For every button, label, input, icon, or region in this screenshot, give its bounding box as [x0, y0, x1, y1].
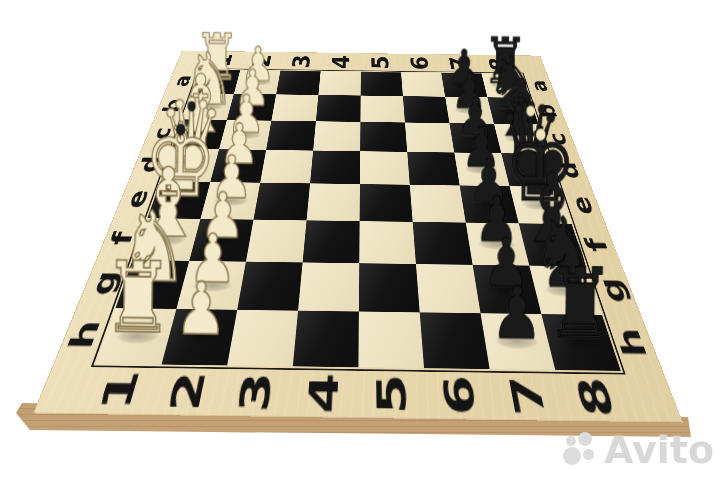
piece-white-R-h1: ♜ [99, 249, 178, 348]
coord-label-2: 2 [166, 358, 209, 427]
square-d6 [407, 152, 459, 186]
square-f3 [246, 220, 307, 263]
coord-label-5: 5 [372, 51, 389, 74]
square-h4 [293, 311, 359, 368]
coord-label-3: 3 [237, 359, 274, 428]
avito-watermark: Avito [563, 428, 714, 472]
square-f4 [303, 220, 360, 263]
chess-set-photo: aabbccddeeffgghh1122334455667788♜♟♟♜♞♟♟♞… [0, 0, 720, 478]
avito-logo-icon [563, 432, 599, 468]
square-g3 [237, 262, 302, 311]
coord-label-6: 6 [443, 362, 479, 431]
piece-black-R-h8: ♜ [541, 255, 620, 354]
chessboard-scene: aabbccddeeffgghh1122334455667788♜♟♟♜♞♟♟♞… [33, 0, 683, 418]
square-c3 [266, 121, 316, 151]
square-f6 [413, 222, 473, 265]
square-b4 [316, 95, 361, 122]
piece-black-P-h7: ♟ [488, 277, 547, 350]
square-e5 [360, 184, 413, 222]
square-d5 [360, 151, 410, 185]
coord-label-4: 4 [332, 51, 349, 74]
piece-white-P-h2: ♟ [172, 272, 231, 345]
square-d3 [260, 150, 313, 183]
coord-label-h: h [613, 319, 652, 368]
square-a5 [361, 72, 403, 96]
square-b5 [360, 96, 405, 123]
avito-logo-text: Avito [604, 428, 714, 472]
square-g4 [298, 262, 359, 311]
square-d4 [310, 151, 360, 185]
coord-label-5: 5 [378, 361, 408, 430]
square-h3 [227, 310, 298, 367]
piece-finial [176, 123, 186, 135]
square-a4 [318, 71, 360, 95]
square-g5 [359, 263, 420, 312]
square-f5 [359, 221, 416, 264]
square-b6 [403, 96, 450, 123]
square-c6 [405, 123, 454, 153]
coord-label-3: 3 [292, 50, 311, 73]
square-c4 [313, 121, 360, 151]
square-e6 [410, 185, 466, 223]
chessboard: aabbccddeeffgghh1122334455667788♜♟♟♜♞♟♟♞… [33, 51, 683, 423]
square-e3 [253, 183, 310, 221]
square-a3 [276, 71, 320, 95]
square-g6 [416, 264, 481, 313]
square-h6 [420, 312, 490, 369]
coord-label-4: 4 [308, 360, 339, 429]
coord-label-1: 1 [95, 357, 144, 426]
coord-label-6: 6 [411, 52, 430, 75]
square-a6 [401, 72, 445, 96]
square-b3 [271, 94, 318, 121]
piece-finial [536, 128, 546, 140]
square-h5 [358, 312, 424, 369]
square-c5 [360, 122, 407, 152]
square-e4 [307, 183, 360, 221]
